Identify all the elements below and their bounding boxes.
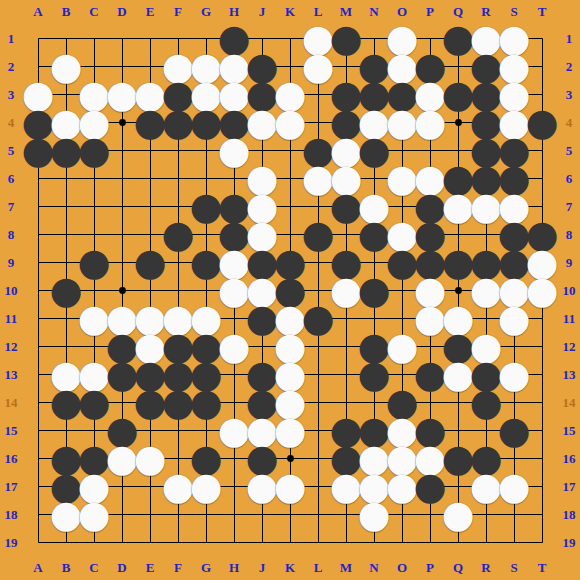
point-M7[interactable]: ● [332,192,360,220]
point-L13[interactable] [304,360,332,388]
point-O14[interactable]: ● [388,388,416,416]
point-P18[interactable] [416,500,444,528]
point-O9[interactable]: ● [388,248,416,276]
point-K9[interactable]: ● [276,248,304,276]
point-O1[interactable]: ● [388,24,416,52]
point-M11[interactable] [332,304,360,332]
point-H11[interactable] [220,304,248,332]
point-N8[interactable]: ● [360,220,388,248]
point-A2[interactable] [24,52,52,80]
point-O5[interactable] [388,136,416,164]
point-H13[interactable] [220,360,248,388]
point-T8[interactable]: ● [528,220,556,248]
point-B19[interactable] [52,528,80,556]
point-H2[interactable]: ● [220,52,248,80]
point-R19[interactable] [472,528,500,556]
point-C6[interactable] [80,164,108,192]
point-E15[interactable] [136,416,164,444]
point-H4[interactable]: ● [220,108,248,136]
point-O7[interactable] [388,192,416,220]
point-C18[interactable]: ● [80,500,108,528]
point-S16[interactable] [500,444,528,472]
point-K18[interactable] [276,500,304,528]
point-F9[interactable] [164,248,192,276]
point-H5[interactable]: ● [220,136,248,164]
point-R8[interactable] [472,220,500,248]
point-P16[interactable]: ● [416,444,444,472]
point-D7[interactable] [108,192,136,220]
point-A3[interactable]: ● [24,80,52,108]
point-E6[interactable] [136,164,164,192]
point-E5[interactable] [136,136,164,164]
point-C3[interactable]: ● [80,80,108,108]
point-O3[interactable]: ● [388,80,416,108]
point-J11[interactable]: ● [248,304,276,332]
point-E12[interactable]: ● [136,332,164,360]
point-R2[interactable]: ● [472,52,500,80]
point-G16[interactable]: ● [192,444,220,472]
point-H9[interactable]: ● [220,248,248,276]
point-E18[interactable] [136,500,164,528]
point-C16[interactable]: ● [80,444,108,472]
point-T15[interactable] [528,416,556,444]
point-P12[interactable] [416,332,444,360]
point-P5[interactable] [416,136,444,164]
point-L4[interactable] [304,108,332,136]
point-G8[interactable] [192,220,220,248]
point-C13[interactable]: ● [80,360,108,388]
point-Q3[interactable]: ● [444,80,472,108]
point-A8[interactable] [24,220,52,248]
point-H18[interactable] [220,500,248,528]
point-N12[interactable]: ● [360,332,388,360]
point-G1[interactable] [192,24,220,52]
point-P7[interactable]: ● [416,192,444,220]
point-O18[interactable] [388,500,416,528]
point-F14[interactable]: ● [164,388,192,416]
point-R16[interactable]: ● [472,444,500,472]
point-G17[interactable]: ● [192,472,220,500]
point-J1[interactable] [248,24,276,52]
point-B9[interactable] [52,248,80,276]
point-G12[interactable]: ● [192,332,220,360]
point-J4[interactable]: ● [248,108,276,136]
point-M9[interactable]: ● [332,248,360,276]
point-N17[interactable]: ● [360,472,388,500]
point-L2[interactable]: ● [304,52,332,80]
point-B5[interactable]: ● [52,136,80,164]
point-O6[interactable]: ● [388,164,416,192]
point-L14[interactable] [304,388,332,416]
point-H17[interactable] [220,472,248,500]
point-F7[interactable] [164,192,192,220]
point-S3[interactable]: ● [500,80,528,108]
point-B3[interactable] [52,80,80,108]
point-T4[interactable]: ● [528,108,556,136]
point-F18[interactable] [164,500,192,528]
point-C2[interactable] [80,52,108,80]
point-B6[interactable] [52,164,80,192]
point-J5[interactable] [248,136,276,164]
point-K12[interactable]: ● [276,332,304,360]
point-Q10[interactable] [444,276,472,304]
point-P2[interactable]: ● [416,52,444,80]
point-Q19[interactable] [444,528,472,556]
point-B1[interactable] [52,24,80,52]
point-L18[interactable] [304,500,332,528]
point-C17[interactable]: ● [80,472,108,500]
point-R17[interactable]: ● [472,472,500,500]
point-K19[interactable] [276,528,304,556]
point-T12[interactable] [528,332,556,360]
point-R14[interactable]: ● [472,388,500,416]
point-M17[interactable]: ● [332,472,360,500]
point-H1[interactable]: ● [220,24,248,52]
point-E1[interactable] [136,24,164,52]
point-J2[interactable]: ● [248,52,276,80]
point-A5[interactable]: ● [24,136,52,164]
point-Q14[interactable] [444,388,472,416]
point-P10[interactable]: ● [416,276,444,304]
point-M8[interactable] [332,220,360,248]
point-G11[interactable]: ● [192,304,220,332]
point-F6[interactable] [164,164,192,192]
point-S6[interactable]: ● [500,164,528,192]
point-G15[interactable] [192,416,220,444]
point-O16[interactable]: ● [388,444,416,472]
point-D13[interactable]: ● [108,360,136,388]
point-K2[interactable] [276,52,304,80]
point-S7[interactable]: ● [500,192,528,220]
point-G9[interactable]: ● [192,248,220,276]
point-O4[interactable]: ● [388,108,416,136]
point-K10[interactable]: ● [276,276,304,304]
point-L9[interactable] [304,248,332,276]
point-N5[interactable]: ● [360,136,388,164]
point-D8[interactable] [108,220,136,248]
point-K6[interactable] [276,164,304,192]
point-D12[interactable]: ● [108,332,136,360]
point-F17[interactable]: ● [164,472,192,500]
point-S10[interactable]: ● [500,276,528,304]
point-L17[interactable] [304,472,332,500]
point-B18[interactable]: ● [52,500,80,528]
point-A6[interactable] [24,164,52,192]
point-D18[interactable] [108,500,136,528]
point-K13[interactable]: ● [276,360,304,388]
point-K15[interactable]: ● [276,416,304,444]
point-L5[interactable]: ● [304,136,332,164]
point-L15[interactable] [304,416,332,444]
point-S15[interactable]: ● [500,416,528,444]
point-R13[interactable]: ● [472,360,500,388]
point-A7[interactable] [24,192,52,220]
point-L16[interactable] [304,444,332,472]
point-K5[interactable] [276,136,304,164]
point-M6[interactable]: ● [332,164,360,192]
point-A16[interactable] [24,444,52,472]
point-T16[interactable] [528,444,556,472]
point-Q17[interactable] [444,472,472,500]
point-S14[interactable] [500,388,528,416]
point-T19[interactable] [528,528,556,556]
point-T1[interactable] [528,24,556,52]
point-F13[interactable]: ● [164,360,192,388]
point-P11[interactable]: ● [416,304,444,332]
point-O17[interactable]: ● [388,472,416,500]
point-H14[interactable] [220,388,248,416]
point-A19[interactable] [24,528,52,556]
point-D4[interactable] [108,108,136,136]
point-N2[interactable]: ● [360,52,388,80]
point-S17[interactable]: ● [500,472,528,500]
point-T14[interactable] [528,388,556,416]
point-O2[interactable]: ● [388,52,416,80]
point-C11[interactable]: ● [80,304,108,332]
point-F2[interactable]: ● [164,52,192,80]
point-L12[interactable] [304,332,332,360]
point-H19[interactable] [220,528,248,556]
point-F11[interactable]: ● [164,304,192,332]
point-T5[interactable] [528,136,556,164]
point-J7[interactable]: ● [248,192,276,220]
point-Q9[interactable]: ● [444,248,472,276]
point-Q5[interactable] [444,136,472,164]
point-B15[interactable] [52,416,80,444]
point-E16[interactable]: ● [136,444,164,472]
point-Q7[interactable]: ● [444,192,472,220]
point-D11[interactable]: ● [108,304,136,332]
point-Q15[interactable] [444,416,472,444]
point-E9[interactable]: ● [136,248,164,276]
point-L7[interactable] [304,192,332,220]
point-S1[interactable]: ● [500,24,528,52]
point-N13[interactable]: ● [360,360,388,388]
point-B12[interactable] [52,332,80,360]
point-E2[interactable] [136,52,164,80]
point-G6[interactable] [192,164,220,192]
point-D1[interactable] [108,24,136,52]
point-J16[interactable]: ● [248,444,276,472]
point-N11[interactable] [360,304,388,332]
point-L6[interactable]: ● [304,164,332,192]
point-S5[interactable]: ● [500,136,528,164]
point-Q2[interactable] [444,52,472,80]
point-D10[interactable] [108,276,136,304]
point-C7[interactable] [80,192,108,220]
point-J13[interactable]: ● [248,360,276,388]
point-E4[interactable]: ● [136,108,164,136]
point-A10[interactable] [24,276,52,304]
point-O13[interactable] [388,360,416,388]
point-T17[interactable] [528,472,556,500]
point-Q1[interactable]: ● [444,24,472,52]
point-R18[interactable] [472,500,500,528]
point-H6[interactable] [220,164,248,192]
point-K3[interactable]: ● [276,80,304,108]
point-R4[interactable]: ● [472,108,500,136]
point-S18[interactable] [500,500,528,528]
point-P1[interactable] [416,24,444,52]
point-F3[interactable]: ● [164,80,192,108]
point-O11[interactable] [388,304,416,332]
point-K16[interactable] [276,444,304,472]
point-T10[interactable]: ● [528,276,556,304]
point-B16[interactable]: ● [52,444,80,472]
point-D2[interactable] [108,52,136,80]
point-H3[interactable]: ● [220,80,248,108]
point-D14[interactable] [108,388,136,416]
point-D3[interactable]: ● [108,80,136,108]
point-A17[interactable] [24,472,52,500]
point-P4[interactable]: ● [416,108,444,136]
point-N3[interactable]: ● [360,80,388,108]
point-L19[interactable] [304,528,332,556]
point-S12[interactable] [500,332,528,360]
point-F8[interactable]: ● [164,220,192,248]
point-N14[interactable] [360,388,388,416]
point-C12[interactable] [80,332,108,360]
point-J18[interactable] [248,500,276,528]
point-E7[interactable] [136,192,164,220]
point-K17[interactable]: ● [276,472,304,500]
point-G14[interactable]: ● [192,388,220,416]
point-H7[interactable]: ● [220,192,248,220]
point-R10[interactable]: ● [472,276,500,304]
point-E3[interactable]: ● [136,80,164,108]
point-Q16[interactable]: ● [444,444,472,472]
point-E13[interactable]: ● [136,360,164,388]
point-C10[interactable] [80,276,108,304]
point-A1[interactable] [24,24,52,52]
point-O19[interactable] [388,528,416,556]
point-D5[interactable] [108,136,136,164]
point-K14[interactable]: ● [276,388,304,416]
point-N19[interactable] [360,528,388,556]
point-M14[interactable] [332,388,360,416]
point-N16[interactable]: ● [360,444,388,472]
point-O12[interactable]: ● [388,332,416,360]
point-P14[interactable] [416,388,444,416]
point-A13[interactable] [24,360,52,388]
point-S13[interactable]: ● [500,360,528,388]
point-T6[interactable] [528,164,556,192]
point-G18[interactable] [192,500,220,528]
point-Q11[interactable]: ● [444,304,472,332]
point-T7[interactable] [528,192,556,220]
point-O8[interactable]: ● [388,220,416,248]
point-G2[interactable]: ● [192,52,220,80]
point-B7[interactable] [52,192,80,220]
point-J6[interactable]: ● [248,164,276,192]
point-H15[interactable]: ● [220,416,248,444]
point-F1[interactable] [164,24,192,52]
point-Q13[interactable]: ● [444,360,472,388]
point-F16[interactable] [164,444,192,472]
point-N7[interactable]: ● [360,192,388,220]
point-A14[interactable] [24,388,52,416]
point-T2[interactable] [528,52,556,80]
point-F5[interactable] [164,136,192,164]
point-E8[interactable] [136,220,164,248]
point-K11[interactable]: ● [276,304,304,332]
point-E11[interactable]: ● [136,304,164,332]
point-D15[interactable]: ● [108,416,136,444]
point-J10[interactable]: ● [248,276,276,304]
point-R7[interactable]: ● [472,192,500,220]
point-E10[interactable] [136,276,164,304]
point-P6[interactable]: ● [416,164,444,192]
point-Q12[interactable]: ● [444,332,472,360]
point-H16[interactable] [220,444,248,472]
point-S2[interactable]: ● [500,52,528,80]
point-C19[interactable] [80,528,108,556]
point-C4[interactable]: ● [80,108,108,136]
point-L1[interactable]: ● [304,24,332,52]
point-C9[interactable]: ● [80,248,108,276]
point-A4[interactable]: ● [24,108,52,136]
point-P17[interactable]: ● [416,472,444,500]
point-J3[interactable]: ● [248,80,276,108]
point-J17[interactable]: ● [248,472,276,500]
point-Q4[interactable] [444,108,472,136]
point-S8[interactable]: ● [500,220,528,248]
point-Q18[interactable]: ● [444,500,472,528]
point-P9[interactable]: ● [416,248,444,276]
point-P13[interactable]: ● [416,360,444,388]
point-G19[interactable] [192,528,220,556]
point-R9[interactable]: ● [472,248,500,276]
point-B2[interactable]: ● [52,52,80,80]
point-B13[interactable]: ● [52,360,80,388]
point-S9[interactable]: ● [500,248,528,276]
point-L11[interactable]: ● [304,304,332,332]
point-B11[interactable] [52,304,80,332]
point-A12[interactable] [24,332,52,360]
point-N4[interactable]: ● [360,108,388,136]
point-G3[interactable]: ● [192,80,220,108]
point-B14[interactable]: ● [52,388,80,416]
point-N9[interactable] [360,248,388,276]
point-N10[interactable]: ● [360,276,388,304]
point-P3[interactable]: ● [416,80,444,108]
point-G10[interactable] [192,276,220,304]
point-M1[interactable]: ● [332,24,360,52]
point-M5[interactable]: ● [332,136,360,164]
point-L8[interactable]: ● [304,220,332,248]
point-R6[interactable]: ● [472,164,500,192]
point-Q8[interactable] [444,220,472,248]
point-T18[interactable] [528,500,556,528]
point-F19[interactable] [164,528,192,556]
point-F12[interactable]: ● [164,332,192,360]
point-A15[interactable] [24,416,52,444]
point-G4[interactable]: ● [192,108,220,136]
point-A18[interactable] [24,500,52,528]
point-C1[interactable] [80,24,108,52]
point-J15[interactable]: ● [248,416,276,444]
point-D9[interactable] [108,248,136,276]
point-K4[interactable]: ● [276,108,304,136]
point-B4[interactable]: ● [52,108,80,136]
point-F10[interactable] [164,276,192,304]
point-R1[interactable]: ● [472,24,500,52]
point-J14[interactable]: ● [248,388,276,416]
point-R5[interactable]: ● [472,136,500,164]
point-J8[interactable]: ● [248,220,276,248]
point-H10[interactable]: ● [220,276,248,304]
point-M18[interactable] [332,500,360,528]
